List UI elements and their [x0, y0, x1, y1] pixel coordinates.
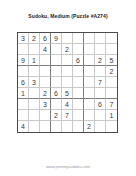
cell-r4c2[interactable] — [29, 66, 40, 77]
cell-r5c9[interactable] — [106, 77, 117, 88]
cell-r3c7[interactable] — [84, 55, 95, 66]
footer-url: www.printmysudoku.com — [0, 164, 136, 169]
cell-r8c9: 1 — [106, 110, 117, 121]
cell-r8c5: 7 — [62, 110, 73, 121]
cell-r2c6[interactable] — [73, 44, 84, 55]
cell-r2c9[interactable] — [106, 44, 117, 55]
cell-r5c1: 6 — [18, 77, 29, 88]
cell-r3c3[interactable] — [40, 55, 51, 66]
cell-r5c7[interactable] — [84, 77, 95, 88]
cell-r1c5[interactable] — [62, 33, 73, 44]
cell-r8c6[interactable] — [73, 110, 84, 121]
cell-r5c6[interactable] — [73, 77, 84, 88]
cell-r2c3: 4 — [40, 44, 51, 55]
cell-r9c8[interactable] — [95, 121, 106, 132]
cell-r1c4: 9 — [51, 33, 62, 44]
cell-r5c3[interactable] — [40, 77, 51, 88]
cell-r6c2[interactable] — [29, 88, 40, 99]
cell-r6c3: 2 — [40, 88, 51, 99]
cell-r1c2: 2 — [29, 33, 40, 44]
cell-r9c2[interactable] — [29, 121, 40, 132]
cell-r7c4[interactable] — [51, 99, 62, 110]
cell-r3c8: 2 — [95, 55, 106, 66]
cell-r9c7: 2 — [84, 121, 95, 132]
cell-r2c5: 2 — [62, 44, 73, 55]
cell-r2c1[interactable] — [18, 44, 29, 55]
cell-r5c4[interactable] — [51, 77, 62, 88]
cell-r7c6[interactable] — [73, 99, 84, 110]
cell-r6c5: 5 — [62, 88, 73, 99]
cell-r6c9[interactable] — [106, 88, 117, 99]
cell-r9c5[interactable] — [62, 121, 73, 132]
cell-r9c4[interactable] — [51, 121, 62, 132]
cell-r6c8[interactable] — [95, 88, 106, 99]
cell-r8c3[interactable] — [40, 110, 51, 121]
cell-r3c9: 5 — [106, 55, 117, 66]
cell-r7c3: 3 — [40, 99, 51, 110]
cell-r9c1: 4 — [18, 121, 29, 132]
cell-r2c8[interactable] — [95, 44, 106, 55]
cell-r7c7[interactable] — [84, 99, 95, 110]
cell-r4c9: 2 — [106, 66, 117, 77]
cell-r6c7[interactable] — [84, 88, 95, 99]
cell-r9c3[interactable] — [40, 121, 51, 132]
cell-r9c6[interactable] — [73, 121, 84, 132]
sudoku-board: 3269429162526371265346727142 — [17, 32, 118, 133]
cell-r1c8[interactable] — [95, 33, 106, 44]
page-title: Sudoku, Medium (Puzzle #A274) — [0, 13, 136, 19]
cell-r1c1: 3 — [18, 33, 29, 44]
cell-r1c7[interactable] — [84, 33, 95, 44]
cell-r7c2[interactable] — [29, 99, 40, 110]
cell-r5c8: 7 — [95, 77, 106, 88]
cell-r8c4: 2 — [51, 110, 62, 121]
cell-r8c7[interactable] — [84, 110, 95, 121]
cell-r4c5[interactable] — [62, 66, 73, 77]
cell-r3c6: 6 — [73, 55, 84, 66]
cell-r3c5[interactable] — [62, 55, 73, 66]
cell-r7c5: 4 — [62, 99, 73, 110]
cell-r6c6[interactable] — [73, 88, 84, 99]
cell-r7c9: 7 — [106, 99, 117, 110]
cell-r1c3: 6 — [40, 33, 51, 44]
cell-r4c8[interactable] — [95, 66, 106, 77]
cell-r3c1: 9 — [18, 55, 29, 66]
cell-r7c8: 6 — [95, 99, 106, 110]
cell-r3c2: 1 — [29, 55, 40, 66]
cell-r3c4[interactable] — [51, 55, 62, 66]
cell-r4c3[interactable] — [40, 66, 51, 77]
cell-r4c7[interactable] — [84, 66, 95, 77]
cell-r2c7[interactable] — [84, 44, 95, 55]
cell-r2c2[interactable] — [29, 44, 40, 55]
cell-r8c2[interactable] — [29, 110, 40, 121]
cell-r5c5[interactable] — [62, 77, 73, 88]
cell-r6c1: 1 — [18, 88, 29, 99]
cell-r4c6[interactable] — [73, 66, 84, 77]
cell-r6c4: 6 — [51, 88, 62, 99]
cell-r7c1[interactable] — [18, 99, 29, 110]
cell-r4c1[interactable] — [18, 66, 29, 77]
cell-r5c2: 3 — [29, 77, 40, 88]
cell-r1c9[interactable] — [106, 33, 117, 44]
cell-r8c8[interactable] — [95, 110, 106, 121]
cell-r1c6[interactable] — [73, 33, 84, 44]
cell-r8c1[interactable] — [18, 110, 29, 121]
cell-r4c4[interactable] — [51, 66, 62, 77]
cell-r2c4[interactable] — [51, 44, 62, 55]
cell-r9c9[interactable] — [106, 121, 117, 132]
